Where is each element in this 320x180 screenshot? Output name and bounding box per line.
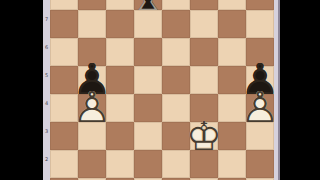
square-d3[interactable] (134, 122, 162, 150)
square-f7[interactable] (190, 10, 218, 38)
square-d8[interactable]: ♝♗ (134, 0, 162, 10)
square-e2[interactable] (162, 150, 190, 178)
square-f8[interactable] (190, 0, 218, 10)
square-h8[interactable] (246, 0, 274, 10)
rank-label-7: 7 (43, 16, 50, 22)
square-h1[interactable] (246, 178, 274, 180)
white-pawn-h4[interactable]: ♟♙ (246, 94, 274, 122)
rank-label-6: 6 (43, 44, 50, 50)
square-e8[interactable] (162, 0, 190, 10)
square-f2[interactable] (190, 150, 218, 178)
square-g7[interactable] (218, 10, 246, 38)
square-f5[interactable] (190, 66, 218, 94)
square-f6[interactable] (190, 38, 218, 66)
rank-label-3: 3 (43, 128, 50, 134)
square-f3[interactable]: ♚♔ (190, 122, 218, 150)
square-c7[interactable] (106, 10, 134, 38)
square-e1[interactable] (162, 178, 190, 180)
square-a7[interactable] (50, 10, 78, 38)
square-e5[interactable] (162, 66, 190, 94)
square-b2[interactable] (78, 150, 106, 178)
chess-board[interactable]: ♝♗♟♙♟♙♟♙♟♙♚♔ (50, 0, 274, 180)
bishop-glyph-outline: ♗ (134, 0, 162, 10)
square-b8[interactable] (78, 0, 106, 10)
square-h4[interactable]: ♟♙ (246, 94, 274, 122)
black-bishop-d8[interactable]: ♝♗ (134, 0, 162, 10)
king-glyph-outline: ♔ (190, 122, 218, 150)
square-d7[interactable] (134, 10, 162, 38)
square-d5[interactable] (134, 66, 162, 94)
square-d1[interactable] (134, 178, 162, 180)
square-c1[interactable] (106, 178, 134, 180)
square-a8[interactable] (50, 0, 78, 10)
square-c3[interactable] (106, 122, 134, 150)
white-king-f3[interactable]: ♚♔ (190, 122, 218, 150)
square-g1[interactable] (218, 178, 246, 180)
square-e7[interactable] (162, 10, 190, 38)
square-g8[interactable] (218, 0, 246, 10)
pawn-glyph-outline: ♙ (78, 94, 106, 122)
square-h7[interactable] (246, 10, 274, 38)
square-c2[interactable] (106, 150, 134, 178)
square-f1[interactable] (190, 178, 218, 180)
square-b7[interactable] (78, 10, 106, 38)
square-g2[interactable] (218, 150, 246, 178)
square-b1[interactable] (78, 178, 106, 180)
square-d4[interactable] (134, 94, 162, 122)
square-b4[interactable]: ♟♙ (78, 94, 106, 122)
square-a1[interactable] (50, 178, 78, 180)
square-d6[interactable] (134, 38, 162, 66)
rank-label-4: 4 (43, 100, 50, 106)
square-a2[interactable] (50, 150, 78, 178)
square-e6[interactable] (162, 38, 190, 66)
square-h3[interactable] (246, 122, 274, 150)
white-pawn-b4[interactable]: ♟♙ (78, 94, 106, 122)
pawn-glyph-outline: ♙ (246, 94, 274, 122)
square-d2[interactable] (134, 150, 162, 178)
chess-board-frame: ♝♗♟♙♟♙♟♙♟♙♚♔ 765432 (43, 0, 280, 180)
square-b3[interactable] (78, 122, 106, 150)
square-g3[interactable] (218, 122, 246, 150)
rank-label-2: 2 (43, 156, 50, 162)
rank-label-5: 5 (43, 72, 50, 78)
video-letterbox-stage: ♝♗♟♙♟♙♟♙♟♙♚♔ 765432 (0, 0, 320, 180)
square-a3[interactable] (50, 122, 78, 150)
square-c4[interactable] (106, 94, 134, 122)
square-h2[interactable] (246, 150, 274, 178)
